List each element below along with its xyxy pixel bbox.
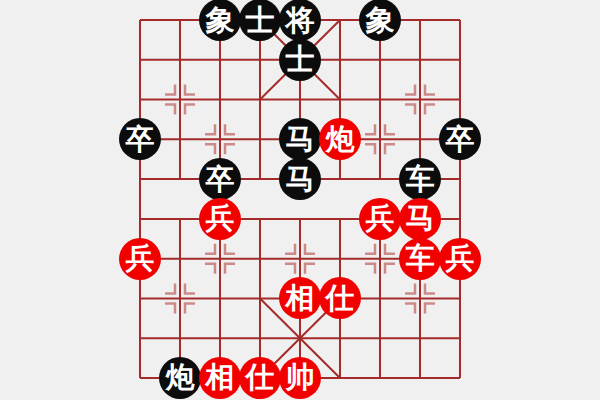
piece-black-elephant[interactable]: 象: [359, 0, 401, 41]
piece-red-general[interactable]: 帅: [279, 357, 321, 399]
piece-black-elephant[interactable]: 象: [199, 0, 241, 41]
piece-black-cannon[interactable]: 炮: [159, 357, 201, 399]
piece-red-advisor[interactable]: 仕: [319, 277, 361, 319]
piece-red-cannon[interactable]: 炮: [319, 118, 361, 160]
piece-red-elephant[interactable]: 相: [199, 357, 241, 399]
piece-black-horse[interactable]: 马: [279, 118, 321, 160]
piece-red-horse[interactable]: 马: [399, 198, 441, 240]
piece-red-advisor[interactable]: 仕: [239, 357, 281, 399]
piece-black-horse[interactable]: 马: [279, 158, 321, 200]
piece-black-pawn[interactable]: 卒: [199, 158, 241, 200]
piece-black-pawn[interactable]: 卒: [119, 118, 161, 160]
piece-black-general[interactable]: 将: [279, 0, 321, 41]
piece-black-advisor[interactable]: 士: [279, 39, 321, 81]
xiangqi-board[interactable]: 象士将象士卒马炮卒卒马车兵兵马兵车兵相仕炮相仕帅: [120, 0, 480, 398]
piece-red-chariot[interactable]: 车: [399, 238, 441, 280]
piece-red-pawn[interactable]: 兵: [439, 238, 481, 280]
piece-black-chariot[interactable]: 车: [399, 158, 441, 200]
piece-red-pawn[interactable]: 兵: [199, 198, 241, 240]
piece-red-pawn[interactable]: 兵: [119, 238, 161, 280]
piece-black-pawn[interactable]: 卒: [439, 118, 481, 160]
piece-black-advisor[interactable]: 士: [239, 0, 281, 41]
piece-red-elephant[interactable]: 相: [279, 277, 321, 319]
piece-red-pawn[interactable]: 兵: [359, 198, 401, 240]
xiangqi-diagram: 象士将象士卒马炮卒卒马车兵兵马兵车兵相仕炮相仕帅: [0, 0, 600, 400]
